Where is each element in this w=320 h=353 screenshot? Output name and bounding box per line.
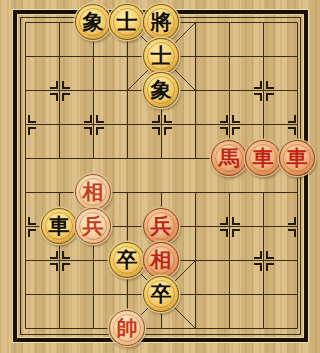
piece-black-將[interactable]: 將 (143, 4, 179, 40)
piece-black-卒[interactable]: 卒 (109, 242, 145, 278)
piece-red-帥[interactable]: 帥 (109, 310, 145, 346)
piece-black-士[interactable]: 士 (143, 38, 179, 74)
piece-character: 馬 (219, 148, 240, 169)
piece-character: 士 (117, 12, 138, 33)
piece-black-士[interactable]: 士 (109, 4, 145, 40)
xiangqi-board[interactable]: 象士將士象馬車車相車兵兵卒相卒帥 (0, 0, 320, 353)
piece-character: 象 (151, 80, 172, 101)
piece-black-卒[interactable]: 卒 (143, 276, 179, 312)
piece-red-車[interactable]: 車 (245, 140, 281, 176)
piece-character: 士 (151, 46, 172, 67)
piece-character: 車 (253, 148, 274, 169)
piece-black-象[interactable]: 象 (75, 4, 111, 40)
piece-black-車[interactable]: 車 (41, 208, 77, 244)
piece-red-相[interactable]: 相 (75, 174, 111, 210)
piece-character: 兵 (83, 216, 104, 237)
piece-character: 相 (83, 182, 104, 203)
piece-character: 車 (287, 148, 308, 169)
piece-character: 象 (83, 12, 104, 33)
piece-black-象[interactable]: 象 (143, 72, 179, 108)
piece-red-馬[interactable]: 馬 (211, 140, 247, 176)
piece-character: 卒 (151, 284, 172, 305)
piece-character: 帥 (117, 318, 138, 339)
piece-character: 兵 (151, 216, 172, 237)
piece-character: 將 (151, 12, 172, 33)
piece-character: 卒 (117, 250, 138, 271)
piece-character: 車 (49, 216, 70, 237)
piece-red-兵[interactable]: 兵 (75, 208, 111, 244)
piece-red-相[interactable]: 相 (143, 242, 179, 278)
piece-character: 相 (151, 250, 172, 271)
piece-red-兵[interactable]: 兵 (143, 208, 179, 244)
piece-red-車[interactable]: 車 (279, 140, 315, 176)
